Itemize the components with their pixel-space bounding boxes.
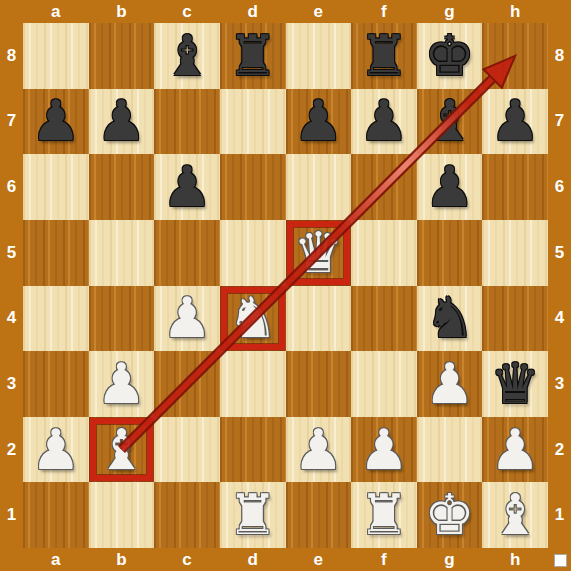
black-pawn[interactable]: ♟ (293, 93, 343, 149)
square-e1[interactable] (286, 482, 352, 548)
black-knight[interactable]: ♞ (424, 290, 474, 346)
square-g1[interactable]: ♚ (417, 482, 483, 548)
square-c5[interactable] (154, 220, 220, 286)
square-c7[interactable] (154, 89, 220, 155)
square-g2[interactable] (417, 417, 483, 483)
square-d4[interactable]: ♞ (220, 286, 286, 352)
black-king[interactable]: ♚ (424, 28, 474, 84)
rank-label: 7 (548, 89, 571, 155)
square-b8[interactable] (89, 23, 155, 89)
rank-label: 7 (0, 89, 23, 155)
square-e6[interactable] (286, 154, 352, 220)
white-pawn[interactable]: ♟ (490, 422, 540, 478)
black-queen[interactable]: ♛ (490, 356, 540, 412)
rank-label: 2 (0, 417, 23, 483)
white-pawn[interactable]: ♟ (359, 422, 409, 478)
square-h4[interactable] (482, 286, 548, 352)
square-f3[interactable] (351, 351, 417, 417)
square-c8[interactable]: ♝ (154, 23, 220, 89)
square-b2[interactable]: ♝ (89, 417, 155, 483)
square-f5[interactable] (351, 220, 417, 286)
file-labels-bottom: a b c d e f g h (23, 548, 548, 571)
rank-label: 6 (548, 154, 571, 220)
white-queen[interactable]: ♛ (293, 225, 343, 281)
black-bishop[interactable]: ♝ (162, 28, 212, 84)
square-f1[interactable]: ♜ (351, 482, 417, 548)
square-g5[interactable] (417, 220, 483, 286)
file-labels-top: a b c d e f g h (23, 0, 548, 23)
square-f2[interactable]: ♟ (351, 417, 417, 483)
file-label: g (417, 548, 483, 571)
file-label: b (89, 0, 155, 23)
rank-labels-left: 8 7 6 5 4 3 2 1 (0, 23, 23, 548)
square-a4[interactable] (23, 286, 89, 352)
square-b4[interactable] (89, 286, 155, 352)
file-label: e (286, 548, 352, 571)
square-h8[interactable] (482, 23, 548, 89)
square-a5[interactable] (23, 220, 89, 286)
white-to-move-indicator (554, 554, 567, 567)
file-label: f (351, 548, 417, 571)
rank-label: 2 (548, 417, 571, 483)
square-b3[interactable]: ♟ (89, 351, 155, 417)
square-e8[interactable] (286, 23, 352, 89)
square-f4[interactable] (351, 286, 417, 352)
square-h1[interactable]: ♝ (482, 482, 548, 548)
white-pawn[interactable]: ♟ (96, 356, 146, 412)
square-b7[interactable]: ♟ (89, 89, 155, 155)
rank-label: 6 (0, 154, 23, 220)
square-e3[interactable] (286, 351, 352, 417)
black-pawn[interactable]: ♟ (96, 93, 146, 149)
square-b6[interactable] (89, 154, 155, 220)
square-c4[interactable]: ♟ (154, 286, 220, 352)
square-a3[interactable] (23, 351, 89, 417)
white-pawn[interactable]: ♟ (162, 290, 212, 346)
rank-label: 3 (0, 351, 23, 417)
white-knight[interactable]: ♞ (228, 290, 278, 346)
square-b1[interactable] (89, 482, 155, 548)
square-g8[interactable]: ♚ (417, 23, 483, 89)
square-d5[interactable] (220, 220, 286, 286)
square-d8[interactable]: ♜ (220, 23, 286, 89)
rank-labels-right: 8 7 6 5 4 3 2 1 (548, 23, 571, 548)
rank-label: 5 (0, 220, 23, 286)
square-a8[interactable] (23, 23, 89, 89)
black-pawn[interactable]: ♟ (162, 159, 212, 215)
square-c6[interactable]: ♟ (154, 154, 220, 220)
square-h5[interactable] (482, 220, 548, 286)
square-a6[interactable] (23, 154, 89, 220)
file-label: d (220, 0, 286, 23)
file-label: h (482, 548, 548, 571)
square-a1[interactable] (23, 482, 89, 548)
white-bishop[interactable]: ♝ (490, 487, 540, 543)
square-h2[interactable]: ♟ (482, 417, 548, 483)
white-rook[interactable]: ♜ (359, 487, 409, 543)
square-h3[interactable]: ♛ (482, 351, 548, 417)
white-pawn[interactable]: ♟ (424, 356, 474, 412)
square-d1[interactable]: ♜ (220, 482, 286, 548)
square-c3[interactable] (154, 351, 220, 417)
black-pawn[interactable]: ♟ (424, 159, 474, 215)
square-b5[interactable] (89, 220, 155, 286)
file-label: a (23, 0, 89, 23)
square-e2[interactable]: ♟ (286, 417, 352, 483)
black-bishop[interactable]: ♝ (424, 93, 474, 149)
square-c2[interactable] (154, 417, 220, 483)
black-pawn[interactable]: ♟ (31, 93, 81, 149)
square-d3[interactable] (220, 351, 286, 417)
file-label: b (89, 548, 155, 571)
file-label: d (220, 548, 286, 571)
square-g7[interactable]: ♝ (417, 89, 483, 155)
square-f7[interactable]: ♟ (351, 89, 417, 155)
rank-label: 8 (0, 23, 23, 89)
file-label: e (286, 0, 352, 23)
white-pawn[interactable]: ♟ (293, 422, 343, 478)
square-g6[interactable]: ♟ (417, 154, 483, 220)
white-bishop[interactable]: ♝ (96, 422, 146, 478)
square-g4[interactable]: ♞ (417, 286, 483, 352)
black-rook[interactable]: ♜ (359, 28, 409, 84)
square-a7[interactable]: ♟ (23, 89, 89, 155)
square-h7[interactable]: ♟ (482, 89, 548, 155)
square-d7[interactable] (220, 89, 286, 155)
square-g3[interactable]: ♟ (417, 351, 483, 417)
file-label: g (417, 0, 483, 23)
white-king[interactable]: ♚ (424, 487, 474, 543)
file-label: c (154, 0, 220, 23)
file-label: a (23, 548, 89, 571)
square-f8[interactable]: ♜ (351, 23, 417, 89)
rank-label: 1 (548, 482, 571, 548)
chess-board: ♝♜♜♚♟♟♟♟♝♟♟♟♛♟♞♞♟♟♛♟♝♟♟♟♜♜♚♝ (23, 23, 548, 548)
black-pawn[interactable]: ♟ (359, 93, 409, 149)
square-d2[interactable] (220, 417, 286, 483)
white-pawn[interactable]: ♟ (31, 422, 81, 478)
file-label: c (154, 548, 220, 571)
white-rook[interactable]: ♜ (228, 487, 278, 543)
rank-label: 5 (548, 220, 571, 286)
square-c1[interactable] (154, 482, 220, 548)
square-h6[interactable] (482, 154, 548, 220)
square-a2[interactable]: ♟ (23, 417, 89, 483)
rank-label: 4 (0, 286, 23, 352)
rank-label: 3 (548, 351, 571, 417)
rank-label: 8 (548, 23, 571, 89)
file-label: h (482, 0, 548, 23)
black-pawn[interactable]: ♟ (490, 93, 540, 149)
chess-board-frame: a b c d e f g h 8 7 6 5 4 3 2 1 8 7 6 5 … (0, 0, 571, 571)
square-e5[interactable]: ♛ (286, 220, 352, 286)
rank-label: 4 (548, 286, 571, 352)
square-e7[interactable]: ♟ (286, 89, 352, 155)
square-d6[interactable] (220, 154, 286, 220)
square-e4[interactable] (286, 286, 352, 352)
black-rook[interactable]: ♜ (228, 28, 278, 84)
rank-label: 1 (0, 482, 23, 548)
file-label: f (351, 0, 417, 23)
square-f6[interactable] (351, 154, 417, 220)
